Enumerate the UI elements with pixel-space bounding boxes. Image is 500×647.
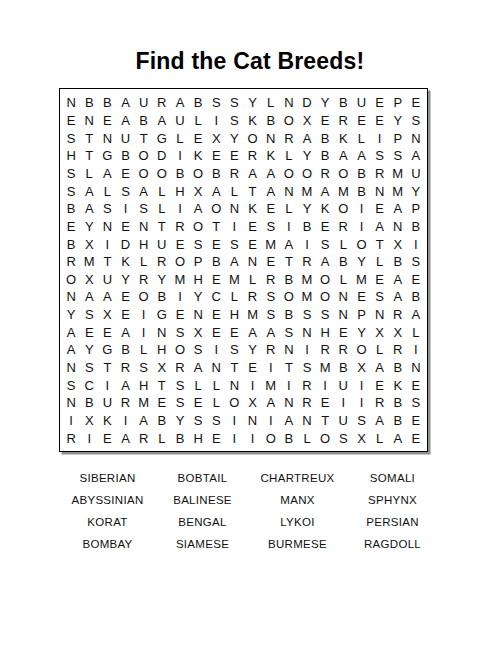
grid-cell[interactable]: A	[62, 323, 80, 341]
grid-cell[interactable]: L	[225, 182, 243, 200]
grid-cell[interactable]: A	[171, 94, 189, 112]
grid-cell[interactable]: R	[171, 218, 189, 236]
grid-cell[interactable]: M	[298, 270, 316, 288]
grid-cell[interactable]: I	[352, 200, 370, 218]
grid-cell[interactable]: P	[352, 306, 370, 324]
grid-cell[interactable]: Y	[389, 112, 407, 130]
grid-cell[interactable]: E	[207, 270, 225, 288]
grid-cell[interactable]: E	[98, 323, 116, 341]
grid-cell[interactable]: L	[371, 429, 389, 447]
grid-cell[interactable]: D	[116, 235, 134, 253]
grid-cell[interactable]: R	[389, 306, 407, 324]
grid-cell[interactable]: R	[389, 341, 407, 359]
grid-cell[interactable]: S	[135, 359, 153, 377]
grid-cell[interactable]: E	[316, 218, 334, 236]
grid-cell[interactable]: B	[153, 288, 171, 306]
grid-cell[interactable]: B	[116, 341, 134, 359]
grid-cell[interactable]: S	[262, 218, 280, 236]
grid-cell[interactable]: B	[280, 429, 298, 447]
grid-cell[interactable]: A	[389, 288, 407, 306]
grid-cell[interactable]: E	[316, 394, 334, 412]
grid-cell[interactable]: T	[280, 253, 298, 271]
grid-cell[interactable]: M	[389, 165, 407, 183]
grid-cell[interactable]: N	[389, 218, 407, 236]
grid-cell[interactable]: E	[262, 253, 280, 271]
grid-cell[interactable]: D	[153, 147, 171, 165]
grid-cell[interactable]: L	[135, 253, 153, 271]
grid-cell[interactable]: X	[352, 429, 370, 447]
grid-cell[interactable]: X	[80, 270, 98, 288]
grid-cell[interactable]: I	[98, 235, 116, 253]
grid-cell[interactable]: R	[135, 270, 153, 288]
grid-cell[interactable]: E	[171, 306, 189, 324]
grid-cell[interactable]: B	[116, 147, 134, 165]
grid-cell[interactable]: E	[407, 270, 425, 288]
grid-cell[interactable]: S	[62, 376, 80, 394]
grid-cell[interactable]: R	[135, 429, 153, 447]
grid-cell[interactable]: I	[262, 359, 280, 377]
grid-cell[interactable]: N	[62, 394, 80, 412]
grid-cell[interactable]: A	[389, 270, 407, 288]
grid-cell[interactable]: K	[334, 129, 352, 147]
grid-cell[interactable]: A	[243, 165, 261, 183]
grid-cell[interactable]: M	[334, 182, 352, 200]
grid-cell[interactable]: E	[371, 376, 389, 394]
grid-cell[interactable]: B	[407, 288, 425, 306]
grid-cell[interactable]: M	[298, 182, 316, 200]
grid-cell[interactable]: L	[280, 147, 298, 165]
grid-cell[interactable]: E	[352, 112, 370, 130]
grid-cell[interactable]: U	[171, 112, 189, 130]
grid-cell[interactable]: E	[316, 112, 334, 130]
grid-cell[interactable]: L	[135, 341, 153, 359]
grid-cell[interactable]: G	[98, 341, 116, 359]
grid-cell[interactable]: B	[80, 94, 98, 112]
grid-cell[interactable]: U	[153, 235, 171, 253]
grid-cell[interactable]: E	[171, 235, 189, 253]
grid-cell[interactable]: B	[280, 270, 298, 288]
grid-cell[interactable]: S	[407, 112, 425, 130]
grid-cell[interactable]: M	[352, 270, 370, 288]
grid-cell[interactable]: A	[407, 306, 425, 324]
grid-cell[interactable]: T	[80, 147, 98, 165]
grid-cell[interactable]: I	[334, 394, 352, 412]
grid-cell[interactable]: N	[207, 359, 225, 377]
grid-cell[interactable]: O	[280, 165, 298, 183]
grid-cell[interactable]: O	[207, 200, 225, 218]
grid-cell[interactable]: E	[225, 323, 243, 341]
grid-cell[interactable]: S	[225, 235, 243, 253]
grid-cell[interactable]: L	[243, 270, 261, 288]
grid-cell[interactable]: H	[189, 429, 207, 447]
grid-cell[interactable]: M	[316, 359, 334, 377]
grid-cell[interactable]: O	[189, 218, 207, 236]
grid-cell[interactable]: Y	[298, 200, 316, 218]
grid-cell[interactable]: S	[352, 412, 370, 430]
grid-cell[interactable]: B	[62, 235, 80, 253]
grid-cell[interactable]: A	[135, 182, 153, 200]
grid-cell[interactable]: B	[189, 94, 207, 112]
grid-cell[interactable]: N	[371, 306, 389, 324]
grid-cell[interactable]: N	[62, 288, 80, 306]
grid-cell[interactable]: R	[334, 112, 352, 130]
grid-cell[interactable]: K	[98, 412, 116, 430]
grid-cell[interactable]: I	[280, 218, 298, 236]
grid-cell[interactable]: E	[407, 94, 425, 112]
grid-cell[interactable]: R	[262, 270, 280, 288]
grid-cell[interactable]: T	[98, 359, 116, 377]
grid-cell[interactable]: H	[171, 182, 189, 200]
grid-cell[interactable]: L	[171, 129, 189, 147]
grid-cell[interactable]: R	[262, 341, 280, 359]
grid-cell[interactable]: U	[352, 94, 370, 112]
grid-cell[interactable]: E	[407, 429, 425, 447]
grid-cell[interactable]: B	[135, 112, 153, 130]
grid-cell[interactable]: I	[225, 218, 243, 236]
grid-cell[interactable]: S	[80, 359, 98, 377]
grid-cell[interactable]: L	[153, 200, 171, 218]
grid-cell[interactable]: A	[371, 218, 389, 236]
grid-cell[interactable]: B	[298, 218, 316, 236]
grid-cell[interactable]: O	[316, 429, 334, 447]
grid-cell[interactable]: Y	[80, 218, 98, 236]
grid-cell[interactable]: L	[334, 270, 352, 288]
grid-cell[interactable]: M	[298, 288, 316, 306]
grid-cell[interactable]: K	[262, 147, 280, 165]
grid-cell[interactable]: B	[280, 306, 298, 324]
grid-cell[interactable]: E	[243, 218, 261, 236]
grid-cell[interactable]: R	[153, 94, 171, 112]
grid-cell[interactable]: E	[116, 218, 134, 236]
grid-cell[interactable]: U	[98, 270, 116, 288]
grid-cell[interactable]: M	[80, 253, 98, 271]
grid-cell[interactable]: M	[225, 270, 243, 288]
grid-cell[interactable]: H	[153, 341, 171, 359]
grid-cell[interactable]: I	[225, 429, 243, 447]
grid-cell[interactable]: L	[207, 376, 225, 394]
grid-cell[interactable]: S	[225, 94, 243, 112]
grid-cell[interactable]: M	[243, 306, 261, 324]
grid-cell[interactable]: U	[334, 412, 352, 430]
grid-cell[interactable]: O	[334, 200, 352, 218]
grid-cell[interactable]: N	[334, 306, 352, 324]
grid-cell[interactable]: E	[207, 323, 225, 341]
grid-cell[interactable]: S	[262, 306, 280, 324]
grid-cell[interactable]: Y	[189, 288, 207, 306]
grid-cell[interactable]: I	[371, 129, 389, 147]
grid-cell[interactable]: X	[80, 235, 98, 253]
grid-cell[interactable]: A	[225, 253, 243, 271]
grid-cell[interactable]: X	[189, 182, 207, 200]
grid-cell[interactable]: S	[316, 235, 334, 253]
grid-cell[interactable]: O	[298, 165, 316, 183]
grid-cell[interactable]: T	[280, 359, 298, 377]
grid-cell[interactable]: L	[298, 429, 316, 447]
grid-cell[interactable]: S	[262, 288, 280, 306]
grid-cell[interactable]: A	[98, 165, 116, 183]
grid-cell[interactable]: A	[98, 288, 116, 306]
grid-cell[interactable]: O	[316, 288, 334, 306]
grid-cell[interactable]: H	[135, 376, 153, 394]
grid-cell[interactable]: I	[98, 376, 116, 394]
grid-cell[interactable]: B	[334, 359, 352, 377]
grid-cell[interactable]: I	[62, 412, 80, 430]
grid-cell[interactable]: U	[407, 165, 425, 183]
grid-cell[interactable]: A	[389, 200, 407, 218]
grid-cell[interactable]: O	[352, 341, 370, 359]
grid-cell[interactable]: A	[80, 200, 98, 218]
grid-cell[interactable]: D	[298, 94, 316, 112]
grid-cell[interactable]: T	[135, 129, 153, 147]
grid-cell[interactable]: N	[98, 129, 116, 147]
grid-cell[interactable]: R	[116, 359, 134, 377]
grid-cell[interactable]: I	[116, 200, 134, 218]
grid-cell[interactable]: B	[316, 147, 334, 165]
grid-cell[interactable]: I	[171, 200, 189, 218]
grid-cell[interactable]: R	[316, 341, 334, 359]
grid-cell[interactable]: X	[80, 412, 98, 430]
grid-cell[interactable]: X	[389, 323, 407, 341]
grid-cell[interactable]: A	[389, 429, 407, 447]
grid-cell[interactable]: X	[371, 323, 389, 341]
grid-cell[interactable]: E	[371, 200, 389, 218]
grid-cell[interactable]: R	[280, 129, 298, 147]
grid-cell[interactable]: S	[316, 306, 334, 324]
grid-cell[interactable]: E	[207, 235, 225, 253]
grid-cell[interactable]: N	[225, 200, 243, 218]
grid-cell[interactable]: L	[189, 376, 207, 394]
grid-cell[interactable]: I	[80, 429, 98, 447]
grid-cell[interactable]: K	[243, 200, 261, 218]
grid-cell[interactable]: I	[135, 323, 153, 341]
grid-cell[interactable]: B	[171, 165, 189, 183]
grid-cell[interactable]: O	[171, 341, 189, 359]
grid-cell[interactable]: S	[407, 253, 425, 271]
grid-cell[interactable]: S	[189, 341, 207, 359]
grid-cell[interactable]: H	[225, 306, 243, 324]
grid-cell[interactable]: A	[189, 359, 207, 377]
grid-cell[interactable]: M	[389, 182, 407, 200]
grid-cell[interactable]: S	[407, 394, 425, 412]
grid-cell[interactable]: L	[189, 112, 207, 130]
grid-cell[interactable]: I	[243, 429, 261, 447]
grid-cell[interactable]: L	[371, 253, 389, 271]
grid-cell[interactable]: Y	[225, 129, 243, 147]
grid-cell[interactable]: B	[207, 165, 225, 183]
grid-cell[interactable]: H	[189, 270, 207, 288]
grid-cell[interactable]: T	[80, 129, 98, 147]
grid-cell[interactable]: E	[243, 359, 261, 377]
grid-cell[interactable]: Y	[243, 341, 261, 359]
grid-cell[interactable]: O	[334, 165, 352, 183]
grid-cell[interactable]: N	[280, 394, 298, 412]
grid-cell[interactable]: S	[171, 376, 189, 394]
grid-cell[interactable]: O	[225, 394, 243, 412]
grid-cell[interactable]: S	[280, 323, 298, 341]
grid-cell[interactable]: I	[207, 112, 225, 130]
grid-cell[interactable]: O	[135, 165, 153, 183]
grid-cell[interactable]: S	[189, 412, 207, 430]
grid-cell[interactable]: N	[298, 323, 316, 341]
grid-cell[interactable]: A	[371, 412, 389, 430]
grid-cell[interactable]: B	[334, 253, 352, 271]
grid-cell[interactable]: N	[280, 94, 298, 112]
grid-cell[interactable]: S	[371, 288, 389, 306]
grid-cell[interactable]: I	[225, 412, 243, 430]
grid-cell[interactable]: N	[280, 341, 298, 359]
grid-cell[interactable]: E	[334, 323, 352, 341]
grid-cell[interactable]: X	[189, 323, 207, 341]
grid-cell[interactable]: X	[389, 235, 407, 253]
grid-cell[interactable]: S	[189, 235, 207, 253]
grid-cell[interactable]: S	[371, 147, 389, 165]
grid-cell[interactable]: A	[116, 94, 134, 112]
grid-cell[interactable]: S	[62, 129, 80, 147]
grid-cell[interactable]: B	[171, 429, 189, 447]
grid-cell[interactable]: S	[389, 147, 407, 165]
grid-cell[interactable]: T	[207, 218, 225, 236]
grid-cell[interactable]: L	[371, 341, 389, 359]
grid-cell[interactable]: A	[62, 341, 80, 359]
grid-cell[interactable]: S	[225, 341, 243, 359]
grid-cell[interactable]: R	[171, 359, 189, 377]
grid-cell[interactable]: R	[243, 288, 261, 306]
grid-cell[interactable]: L	[407, 323, 425, 341]
grid-cell[interactable]: A	[280, 412, 298, 430]
grid-cell[interactable]: X	[98, 306, 116, 324]
grid-cell[interactable]: S	[116, 182, 134, 200]
grid-cell[interactable]: R	[225, 165, 243, 183]
grid-cell[interactable]: Y	[153, 270, 171, 288]
grid-cell[interactable]: N	[262, 129, 280, 147]
grid-cell[interactable]: I	[316, 376, 334, 394]
grid-cell[interactable]: N	[243, 412, 261, 430]
grid-cell[interactable]: B	[352, 165, 370, 183]
grid-cell[interactable]: P	[389, 129, 407, 147]
grid-cell[interactable]: A	[189, 200, 207, 218]
grid-cell[interactable]: E	[207, 147, 225, 165]
grid-cell[interactable]: A	[80, 288, 98, 306]
grid-cell[interactable]: T	[98, 253, 116, 271]
grid-cell[interactable]: I	[280, 376, 298, 394]
grid-cell[interactable]: A	[316, 182, 334, 200]
grid-cell[interactable]: A	[116, 112, 134, 130]
grid-cell[interactable]: O	[189, 165, 207, 183]
grid-cell[interactable]: B	[62, 200, 80, 218]
grid-cell[interactable]: N	[298, 412, 316, 430]
grid-cell[interactable]: T	[225, 359, 243, 377]
grid-cell[interactable]: B	[98, 94, 116, 112]
grid-cell[interactable]: N	[135, 218, 153, 236]
grid-cell[interactable]: Y	[62, 306, 80, 324]
grid-cell[interactable]: H	[135, 235, 153, 253]
grid-cell[interactable]: I	[298, 235, 316, 253]
grid-cell[interactable]: B	[389, 412, 407, 430]
grid-cell[interactable]: E	[371, 94, 389, 112]
grid-cell[interactable]: X	[207, 129, 225, 147]
grid-cell[interactable]: N	[407, 359, 425, 377]
grid-cell[interactable]: I	[352, 218, 370, 236]
grid-cell[interactable]: E	[116, 306, 134, 324]
grid-cell[interactable]: A	[298, 129, 316, 147]
grid-cell[interactable]: L	[352, 129, 370, 147]
grid-cell[interactable]: R	[62, 253, 80, 271]
grid-cell[interactable]: N	[243, 253, 261, 271]
grid-cell[interactable]: N	[98, 218, 116, 236]
grid-cell[interactable]: G	[153, 129, 171, 147]
grid-cell[interactable]: A	[262, 165, 280, 183]
grid-cell[interactable]: B	[389, 253, 407, 271]
grid-cell[interactable]: R	[334, 218, 352, 236]
grid-cell[interactable]: S	[62, 182, 80, 200]
grid-cell[interactable]: M	[171, 270, 189, 288]
grid-cell[interactable]: A	[207, 182, 225, 200]
grid-cell[interactable]: I	[407, 341, 425, 359]
grid-cell[interactable]: K	[316, 200, 334, 218]
grid-cell[interactable]: U	[116, 129, 134, 147]
grid-cell[interactable]: P	[407, 200, 425, 218]
grid-cell[interactable]: A	[243, 323, 261, 341]
grid-cell[interactable]: U	[334, 376, 352, 394]
grid-cell[interactable]: C	[80, 376, 98, 394]
grid-cell[interactable]: T	[153, 218, 171, 236]
grid-cell[interactable]: A	[116, 429, 134, 447]
grid-cell[interactable]: M	[135, 394, 153, 412]
grid-cell[interactable]: B	[352, 182, 370, 200]
grid-cell[interactable]: O	[153, 165, 171, 183]
grid-cell[interactable]: K	[116, 253, 134, 271]
grid-cell[interactable]: O	[135, 147, 153, 165]
grid-cell[interactable]: S	[207, 412, 225, 430]
grid-cell[interactable]: X	[298, 112, 316, 130]
grid-cell[interactable]: I	[262, 412, 280, 430]
grid-cell[interactable]: S	[135, 200, 153, 218]
grid-cell[interactable]: S	[171, 394, 189, 412]
grid-cell[interactable]: B	[262, 112, 280, 130]
grid-cell[interactable]: K	[189, 147, 207, 165]
grid-cell[interactable]: A	[352, 147, 370, 165]
grid-cell[interactable]: Y	[116, 270, 134, 288]
grid-cell[interactable]: Y	[243, 94, 261, 112]
grid-cell[interactable]: O	[352, 235, 370, 253]
grid-cell[interactable]: S	[98, 200, 116, 218]
grid-cell[interactable]: R	[116, 394, 134, 412]
grid-cell[interactable]: G	[98, 147, 116, 165]
grid-cell[interactable]: R	[243, 147, 261, 165]
grid-cell[interactable]: S	[298, 306, 316, 324]
grid-cell[interactable]: M	[262, 235, 280, 253]
grid-cell[interactable]: N	[334, 288, 352, 306]
grid-cell[interactable]: O	[316, 270, 334, 288]
grid-cell[interactable]: B	[389, 394, 407, 412]
grid-cell[interactable]: E	[62, 112, 80, 130]
grid-cell[interactable]: A	[280, 235, 298, 253]
grid-cell[interactable]: R	[371, 394, 389, 412]
grid-cell[interactable]: S	[298, 359, 316, 377]
grid-cell[interactable]: B	[407, 218, 425, 236]
grid-cell[interactable]: L	[153, 429, 171, 447]
grid-cell[interactable]: Y	[352, 323, 370, 341]
grid-cell[interactable]: E	[80, 323, 98, 341]
grid-cell[interactable]: L	[153, 182, 171, 200]
grid-cell[interactable]: A	[316, 253, 334, 271]
grid-cell[interactable]: R	[153, 253, 171, 271]
grid-cell[interactable]: G	[153, 306, 171, 324]
grid-cell[interactable]: A	[116, 376, 134, 394]
grid-cell[interactable]: R	[298, 394, 316, 412]
grid-cell[interactable]: S	[334, 429, 352, 447]
grid-cell[interactable]: A	[135, 412, 153, 430]
